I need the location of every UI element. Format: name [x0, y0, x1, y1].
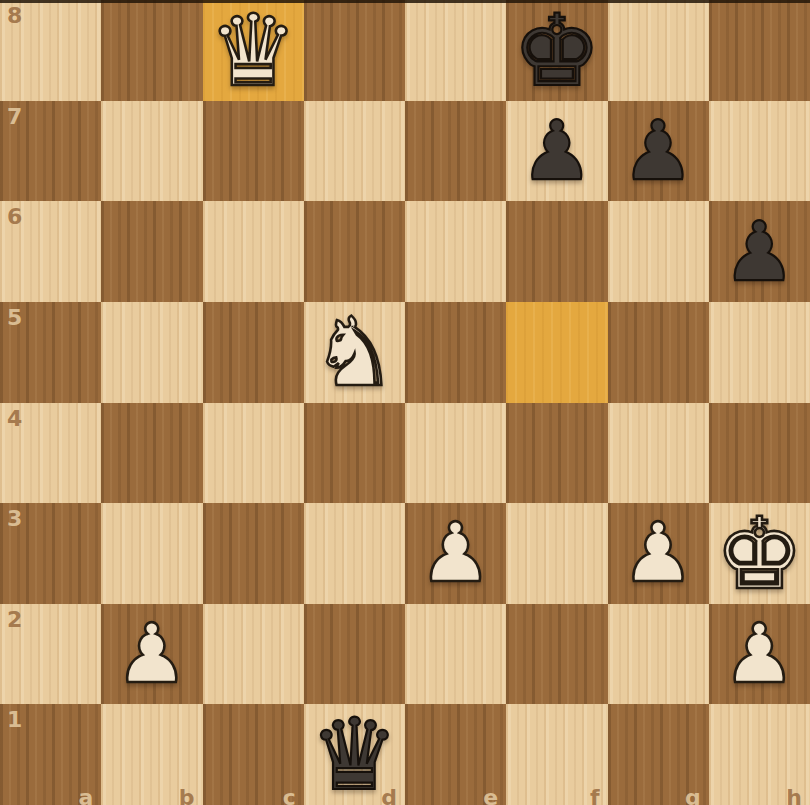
square-e1[interactable]: e — [405, 704, 506, 805]
square-f2[interactable] — [506, 604, 607, 705]
square-e8[interactable] — [405, 0, 506, 101]
square-a6[interactable]: 6 — [0, 201, 101, 302]
square-h1[interactable]: h — [709, 704, 810, 805]
rank-label-6: 6 — [7, 204, 22, 229]
square-c2[interactable] — [203, 604, 304, 705]
file-label-b: b — [179, 785, 195, 805]
square-g2[interactable] — [608, 604, 709, 705]
square-g7[interactable]: ♟ — [608, 101, 709, 202]
square-b8[interactable] — [101, 0, 202, 101]
square-a4[interactable]: 4 — [0, 403, 101, 504]
square-b1[interactable]: b — [101, 704, 202, 805]
square-f8[interactable]: ♚ — [506, 0, 607, 101]
square-b6[interactable] — [101, 201, 202, 302]
square-d3[interactable] — [304, 503, 405, 604]
rank-label-2: 2 — [7, 607, 22, 632]
white-pawn-icon[interactable]: ♟ — [419, 512, 493, 594]
rank-label-3: 3 — [7, 506, 22, 531]
chess-board: 8♛♚7♟♟6♟5♞43♟♟♚2♟♟1abcd♛efgh — [0, 0, 810, 805]
square-d4[interactable] — [304, 403, 405, 504]
white-pawn-icon[interactable]: ♟ — [115, 613, 189, 695]
white-queen-icon[interactable]: ♛ — [209, 1, 298, 100]
square-f5[interactable] — [506, 302, 607, 403]
square-f7[interactable]: ♟ — [506, 101, 607, 202]
square-e3[interactable]: ♟ — [405, 503, 506, 604]
square-h8[interactable] — [709, 0, 810, 101]
white-king-icon[interactable]: ♚ — [715, 504, 804, 603]
square-g3[interactable]: ♟ — [608, 503, 709, 604]
square-c6[interactable] — [203, 201, 304, 302]
square-h3[interactable]: ♚ — [709, 503, 810, 604]
black-pawn-icon[interactable]: ♟ — [520, 110, 594, 192]
file-label-a: a — [78, 785, 93, 805]
square-a1[interactable]: 1a — [0, 704, 101, 805]
square-f3[interactable] — [506, 503, 607, 604]
square-f1[interactable]: f — [506, 704, 607, 805]
square-d6[interactable] — [304, 201, 405, 302]
square-e7[interactable] — [405, 101, 506, 202]
black-pawn-icon[interactable]: ♟ — [723, 211, 797, 293]
black-king-icon[interactable]: ♚ — [512, 1, 601, 100]
rank-label-4: 4 — [7, 406, 22, 431]
square-g1[interactable]: g — [608, 704, 709, 805]
square-h6[interactable]: ♟ — [709, 201, 810, 302]
square-e2[interactable] — [405, 604, 506, 705]
square-h7[interactable] — [709, 101, 810, 202]
square-a8[interactable]: 8 — [0, 0, 101, 101]
rank-label-8: 8 — [7, 3, 22, 28]
square-c8[interactable]: ♛ — [203, 0, 304, 101]
square-c7[interactable] — [203, 101, 304, 202]
square-f4[interactable] — [506, 403, 607, 504]
square-b4[interactable] — [101, 403, 202, 504]
square-b5[interactable] — [101, 302, 202, 403]
square-c4[interactable] — [203, 403, 304, 504]
file-label-g: g — [685, 785, 701, 805]
square-c3[interactable] — [203, 503, 304, 604]
file-label-f: f — [590, 785, 600, 805]
white-pawn-icon[interactable]: ♟ — [621, 512, 695, 594]
square-e5[interactable] — [405, 302, 506, 403]
square-b2[interactable]: ♟ — [101, 604, 202, 705]
square-b7[interactable] — [101, 101, 202, 202]
square-h5[interactable] — [709, 302, 810, 403]
square-c1[interactable]: c — [203, 704, 304, 805]
white-knight-icon[interactable]: ♞ — [312, 305, 397, 400]
square-h4[interactable] — [709, 403, 810, 504]
square-c5[interactable] — [203, 302, 304, 403]
square-h2[interactable]: ♟ — [709, 604, 810, 705]
square-g6[interactable] — [608, 201, 709, 302]
black-pawn-icon[interactable]: ♟ — [621, 110, 695, 192]
square-d5[interactable]: ♞ — [304, 302, 405, 403]
square-b3[interactable] — [101, 503, 202, 604]
square-d2[interactable] — [304, 604, 405, 705]
square-e4[interactable] — [405, 403, 506, 504]
square-e6[interactable] — [405, 201, 506, 302]
file-label-c: c — [283, 785, 296, 805]
square-a7[interactable]: 7 — [0, 101, 101, 202]
square-g5[interactable] — [608, 302, 709, 403]
square-d1[interactable]: d♛ — [304, 704, 405, 805]
square-a3[interactable]: 3 — [0, 503, 101, 604]
square-f6[interactable] — [506, 201, 607, 302]
rank-label-1: 1 — [7, 707, 22, 732]
file-label-e: e — [483, 785, 498, 805]
file-label-h: h — [786, 785, 802, 805]
square-g4[interactable] — [608, 403, 709, 504]
square-g8[interactable] — [608, 0, 709, 101]
square-a2[interactable]: 2 — [0, 604, 101, 705]
square-a5[interactable]: 5 — [0, 302, 101, 403]
black-queen-icon[interactable]: ♛ — [310, 705, 399, 804]
rank-label-7: 7 — [7, 104, 22, 129]
rank-label-5: 5 — [7, 305, 22, 330]
white-pawn-icon[interactable]: ♟ — [723, 613, 797, 695]
square-d7[interactable] — [304, 101, 405, 202]
square-d8[interactable] — [304, 0, 405, 101]
